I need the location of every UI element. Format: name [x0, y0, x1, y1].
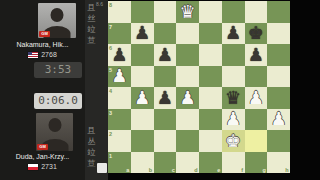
- square-e6[interactable]: [199, 44, 222, 66]
- square-c3[interactable]: [154, 109, 177, 131]
- square-h8[interactable]: [267, 1, 290, 23]
- square-e7[interactable]: [199, 23, 222, 45]
- piece-white-pawn[interactable]: ♟: [108, 67, 131, 85]
- glyph: 丝: [86, 13, 97, 24]
- square-h5[interactable]: [267, 66, 290, 88]
- square-f1[interactable]: f: [222, 152, 245, 174]
- square-b8[interactable]: [131, 1, 154, 23]
- square-b4[interactable]: ♟: [131, 87, 154, 109]
- square-g8[interactable]: [245, 1, 268, 23]
- player-name-bottom: Duda, Jan-Krzy...: [0, 153, 85, 160]
- file-label-h: h: [285, 167, 288, 173]
- player-rating-bottom: 2731: [41, 163, 57, 170]
- square-f7[interactable]: ♟: [222, 23, 245, 45]
- square-f2[interactable]: ♚: [222, 130, 245, 152]
- rank-label-7: 7: [109, 24, 112, 30]
- title-badge-top: GM: [39, 31, 50, 37]
- piece-black-queen[interactable]: ♛: [222, 88, 245, 106]
- square-f8[interactable]: [222, 1, 245, 23]
- square-h4[interactable]: [267, 87, 290, 109]
- piece-white-queen[interactable]: ♛: [176, 2, 199, 20]
- square-g5[interactable]: [245, 66, 268, 88]
- file-label-b: b: [149, 167, 152, 173]
- square-h1[interactable]: h: [267, 152, 290, 174]
- square-d6[interactable]: [176, 44, 199, 66]
- square-f6[interactable]: [222, 44, 245, 66]
- square-a5[interactable]: 5♟: [108, 66, 131, 88]
- glyph: 荁: [86, 158, 97, 169]
- square-e3[interactable]: [199, 109, 222, 131]
- title-badge-bottom: GM: [37, 144, 48, 150]
- piece-white-pawn[interactable]: ♟: [131, 88, 154, 106]
- square-d4[interactable]: ♟: [176, 87, 199, 109]
- glyph: 丛: [86, 136, 97, 147]
- piece-black-pawn[interactable]: ♟: [131, 24, 154, 42]
- piece-black-pawn[interactable]: ♟: [245, 45, 268, 63]
- square-a3[interactable]: 3: [108, 109, 131, 131]
- clock-bottom-player: 0:06.0: [34, 93, 82, 109]
- glyph-column-top: 且 丝 竝 荁: [86, 2, 97, 46]
- square-b5[interactable]: [131, 66, 154, 88]
- square-d1[interactable]: d: [176, 152, 199, 174]
- us-flag-icon: [28, 52, 38, 58]
- square-g3[interactable]: [245, 109, 268, 131]
- square-f4[interactable]: ♛: [222, 87, 245, 109]
- square-d2[interactable]: [176, 130, 199, 152]
- square-h3[interactable]: ♟: [267, 109, 290, 131]
- rank-label-4: 4: [109, 88, 112, 94]
- square-b1[interactable]: b: [131, 152, 154, 174]
- square-a2[interactable]: 2: [108, 130, 131, 152]
- square-g1[interactable]: g: [245, 152, 268, 174]
- rank-label-2: 2: [109, 131, 112, 137]
- player-rating-top: 2768: [41, 51, 57, 58]
- square-h7[interactable]: [267, 23, 290, 45]
- square-a7[interactable]: 7: [108, 23, 131, 45]
- square-h2[interactable]: [267, 130, 290, 152]
- piece-black-pawn[interactable]: ♟: [154, 88, 177, 106]
- piece-white-pawn[interactable]: ♟: [245, 88, 268, 106]
- glyph-column-bottom: 且 丛 竝 荁: [86, 125, 97, 169]
- piece-white-pawn[interactable]: ♟: [222, 110, 245, 128]
- player-name-top: Nakamura, Hik...: [0, 41, 85, 48]
- square-g6[interactable]: ♟: [245, 44, 268, 66]
- square-c2[interactable]: [154, 130, 177, 152]
- square-a8[interactable]: 8: [108, 1, 131, 23]
- square-f5[interactable]: [222, 66, 245, 88]
- glyph: 且: [86, 2, 97, 13]
- file-label-e: e: [217, 167, 220, 173]
- square-d8[interactable]: ♛: [176, 1, 199, 23]
- poland-flag-icon: [28, 164, 38, 170]
- square-c6[interactable]: ♟: [154, 44, 177, 66]
- square-e4[interactable]: [199, 87, 222, 109]
- piece-black-pawn[interactable]: ♟: [108, 45, 131, 63]
- gutter-top-label: 8.6: [96, 1, 103, 7]
- square-c1[interactable]: c: [154, 152, 177, 174]
- small-white-button[interactable]: [97, 163, 107, 173]
- square-g4[interactable]: ♟: [245, 87, 268, 109]
- square-d5[interactable]: [176, 66, 199, 88]
- player-panel: GM Nakamura, Hik... 2768 3:53 0:06.0 GM …: [0, 0, 85, 180]
- rating-row-bottom: 2731: [0, 163, 85, 170]
- square-d7[interactable]: [176, 23, 199, 45]
- square-a6[interactable]: 6♟: [108, 44, 131, 66]
- clock-top-player: 3:53: [34, 62, 82, 78]
- piece-black-king[interactable]: ♚: [245, 24, 268, 42]
- piece-white-pawn[interactable]: ♟: [267, 110, 290, 128]
- square-f3[interactable]: ♟: [222, 109, 245, 131]
- file-label-c: c: [172, 167, 175, 173]
- piece-black-pawn[interactable]: ♟: [222, 24, 245, 42]
- glyph: 荁: [86, 35, 97, 46]
- piece-white-pawn[interactable]: ♟: [176, 88, 199, 106]
- square-h6[interactable]: [267, 44, 290, 66]
- square-e8[interactable]: [199, 1, 222, 23]
- square-e5[interactable]: [199, 66, 222, 88]
- file-label-a: a: [126, 167, 129, 173]
- piece-black-pawn[interactable]: ♟: [154, 45, 177, 63]
- square-g2[interactable]: [245, 130, 268, 152]
- piece-white-king[interactable]: ♚: [222, 131, 245, 149]
- glyph: 且: [86, 125, 97, 136]
- square-a4[interactable]: 4: [108, 87, 131, 109]
- avatar-head-silhouette: [48, 118, 61, 132]
- rank-label-1: 1: [109, 153, 112, 159]
- file-label-f: f: [241, 167, 243, 173]
- square-a1[interactable]: 1a: [108, 152, 131, 174]
- file-label-g: g: [262, 167, 265, 173]
- file-label-d: d: [194, 167, 197, 173]
- square-g7[interactable]: ♚: [245, 23, 268, 45]
- glyph: 竝: [86, 24, 97, 35]
- square-e1[interactable]: e: [199, 152, 222, 174]
- square-c7[interactable]: [154, 23, 177, 45]
- square-b3[interactable]: [131, 109, 154, 131]
- square-c8[interactable]: [154, 1, 177, 23]
- avatar-head-silhouette: [51, 8, 64, 22]
- square-c4[interactable]: ♟: [154, 87, 177, 109]
- rank-label-3: 3: [109, 110, 112, 116]
- square-b2[interactable]: [131, 130, 154, 152]
- rating-row-top: 2768: [0, 51, 85, 58]
- square-e2[interactable]: [199, 130, 222, 152]
- rank-label-8: 8: [109, 2, 112, 8]
- square-d3[interactable]: [176, 109, 199, 131]
- square-b7[interactable]: ♟: [131, 23, 154, 45]
- square-c5[interactable]: [154, 66, 177, 88]
- chess-board: 8♛7♟♟♚6♟♟♟5♟4♟♟♟♛♟3♟♟2♚1abcdefgh: [108, 1, 290, 173]
- glyph: 竝: [86, 147, 97, 158]
- square-b6[interactable]: [131, 44, 154, 66]
